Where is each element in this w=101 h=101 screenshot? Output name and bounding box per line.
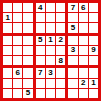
cell-r6c3[interactable]: [23, 56, 32, 65]
cell-r5c4[interactable]: [36, 46, 45, 55]
cell-r3c1[interactable]: [3, 23, 12, 32]
cell-r6c8[interactable]: [79, 56, 88, 65]
cell-r6c9[interactable]: [89, 56, 98, 65]
cell-r8c6[interactable]: [56, 79, 65, 88]
cell-r4c2[interactable]: [13, 36, 22, 45]
sudoku-box-9: 21: [68, 68, 98, 98]
cell-r9c4[interactable]: [36, 89, 45, 98]
sudoku-box-8: 73: [36, 68, 66, 98]
cell-r3c2[interactable]: [13, 23, 22, 32]
cell-r9c9[interactable]: [89, 89, 98, 98]
cell-r5c8[interactable]: [79, 46, 88, 55]
sudoku-box-6: 39: [68, 36, 98, 66]
cell-r2c4[interactable]: [36, 13, 45, 22]
cell-r9c2[interactable]: [13, 89, 22, 98]
cell-r3c4[interactable]: [36, 23, 45, 32]
cell-r8c1[interactable]: [3, 79, 12, 88]
sudoku-box-1: 1: [3, 3, 33, 33]
cell-r7c9[interactable]: [89, 68, 98, 77]
cell-r5c2[interactable]: [13, 46, 22, 55]
cell-r6c5[interactable]: [46, 56, 55, 65]
cell-r4c5[interactable]: 1: [46, 36, 55, 45]
cell-r1c7[interactable]: 7: [68, 3, 77, 12]
cell-r6c4[interactable]: [36, 56, 45, 65]
cell-r7c6[interactable]: [56, 68, 65, 77]
cell-r2c1[interactable]: 1: [3, 13, 12, 22]
cell-r8c5[interactable]: [46, 79, 55, 88]
cell-r2c6[interactable]: [56, 13, 65, 22]
cell-r4c7[interactable]: [68, 36, 77, 45]
cell-r9c5[interactable]: [46, 89, 55, 98]
cell-r9c3[interactable]: 5: [23, 89, 32, 98]
cell-r5c9[interactable]: 9: [89, 46, 98, 55]
cell-r8c2[interactable]: [13, 79, 22, 88]
cell-r7c2[interactable]: 6: [13, 68, 22, 77]
cell-r2c9[interactable]: [89, 13, 98, 22]
cell-r7c7[interactable]: [68, 68, 77, 77]
cell-r2c2[interactable]: [13, 13, 22, 22]
cell-r7c8[interactable]: [79, 68, 88, 77]
cell-r3c7[interactable]: 5: [68, 23, 77, 32]
sudoku-box-5: 5128: [36, 36, 66, 66]
cell-r3c5[interactable]: [46, 23, 55, 32]
cell-r9c8[interactable]: [79, 89, 88, 98]
cell-r8c3[interactable]: [23, 79, 32, 88]
cell-r5c3[interactable]: [23, 46, 32, 55]
cell-r6c2[interactable]: [13, 56, 22, 65]
cell-r8c4[interactable]: [36, 79, 45, 88]
cell-r8c7[interactable]: [68, 79, 77, 88]
cell-r4c1[interactable]: [3, 36, 12, 45]
cell-r6c1[interactable]: [3, 56, 12, 65]
cell-r4c6[interactable]: 2: [56, 36, 65, 45]
cell-r7c1[interactable]: [3, 68, 12, 77]
sudoku-board: 14765512839657321: [0, 0, 101, 101]
sudoku-box-7: 65: [3, 68, 33, 98]
cell-r4c3[interactable]: [23, 36, 32, 45]
cell-r1c5[interactable]: [46, 3, 55, 12]
cell-r4c4[interactable]: 5: [36, 36, 45, 45]
sudoku-box-4: [3, 36, 33, 66]
cell-r2c3[interactable]: [23, 13, 32, 22]
cell-r7c5[interactable]: 3: [46, 68, 55, 77]
cell-r9c1[interactable]: [3, 89, 12, 98]
cell-r8c8[interactable]: 2: [79, 79, 88, 88]
cell-r3c9[interactable]: [89, 23, 98, 32]
cell-r2c8[interactable]: [79, 13, 88, 22]
cell-r5c5[interactable]: [46, 46, 55, 55]
cell-r1c8[interactable]: 6: [79, 3, 88, 12]
sudoku-box-3: 765: [68, 3, 98, 33]
cell-r1c6[interactable]: [56, 3, 65, 12]
cell-r9c6[interactable]: [56, 89, 65, 98]
cell-r4c9[interactable]: [89, 36, 98, 45]
cell-r9c7[interactable]: [68, 89, 77, 98]
cell-r4c8[interactable]: [79, 36, 88, 45]
cell-r3c3[interactable]: [23, 23, 32, 32]
cell-r6c6[interactable]: 8: [56, 56, 65, 65]
cell-r5c1[interactable]: [3, 46, 12, 55]
cell-r3c8[interactable]: [79, 23, 88, 32]
cell-r5c7[interactable]: 3: [68, 46, 77, 55]
cell-r1c9[interactable]: [89, 3, 98, 12]
cell-r1c2[interactable]: [13, 3, 22, 12]
cell-r7c3[interactable]: [23, 68, 32, 77]
cell-r3c6[interactable]: [56, 23, 65, 32]
sudoku-grid: 14765512839657321: [3, 3, 98, 98]
sudoku-box-2: 4: [36, 3, 66, 33]
cell-r5c6[interactable]: [56, 46, 65, 55]
cell-r1c4[interactable]: 4: [36, 3, 45, 12]
cell-r1c1[interactable]: [3, 3, 12, 12]
cell-r1c3[interactable]: [23, 3, 32, 12]
cell-r2c7[interactable]: [68, 13, 77, 22]
cell-r8c9[interactable]: 1: [89, 79, 98, 88]
cell-r2c5[interactable]: [46, 13, 55, 22]
cell-r6c7[interactable]: [68, 56, 77, 65]
cell-r7c4[interactable]: 7: [36, 68, 45, 77]
